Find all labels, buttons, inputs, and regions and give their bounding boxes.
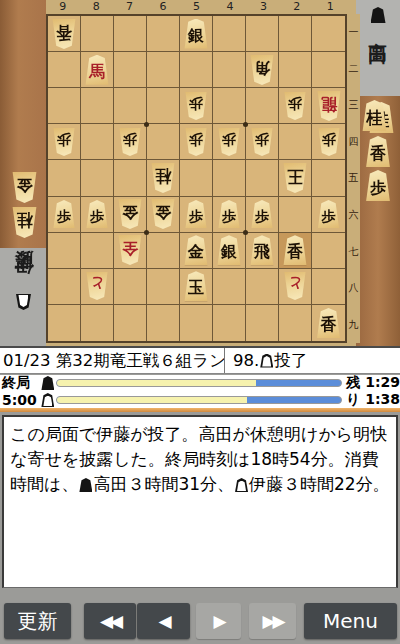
square-8g[interactable] — [81, 233, 114, 269]
square-1b[interactable] — [312, 52, 345, 88]
square-7h[interactable] — [114, 269, 147, 305]
square-7f[interactable]: 金 — [114, 197, 147, 233]
board-region: 金桂 桂桂香歩 高田 伊藤 987654321 一二三四五六七八九 香銀馬角歩歩… — [0, 0, 400, 348]
square-9c[interactable] — [48, 88, 81, 124]
square-4e[interactable] — [213, 160, 246, 196]
sente-hand-pieces: 桂桂香歩 — [356, 100, 400, 201]
sente-mark-icon — [41, 376, 54, 390]
square-5d[interactable]: 歩 — [180, 124, 213, 160]
sente-hand-piece-歩[interactable]: 歩 — [365, 170, 392, 201]
sente-hand-piece-香[interactable]: 香 — [365, 136, 392, 167]
gote-piece-金-7f[interactable]: 金 — [117, 199, 143, 229]
gote-piece-全-7g[interactable]: 全 — [117, 235, 143, 265]
square-5g[interactable]: 金 — [180, 233, 213, 269]
square-4i[interactable] — [213, 305, 246, 341]
square-3g[interactable]: 飛 — [246, 233, 279, 269]
clock-panel: 終局残 1:295:00り 1:38 — [0, 375, 400, 408]
file-label-2: 2 — [280, 0, 313, 14]
square-5a[interactable]: 銀 — [180, 16, 213, 52]
time-bar — [56, 379, 342, 387]
file-label-6: 6 — [146, 0, 179, 14]
square-9g[interactable] — [48, 233, 81, 269]
square-3a[interactable] — [246, 16, 279, 52]
square-9f[interactable]: 歩 — [48, 197, 81, 233]
square-7a[interactable] — [114, 16, 147, 52]
refresh-button[interactable]: 更新 — [4, 603, 71, 639]
square-3f[interactable]: 歩 — [246, 197, 279, 233]
square-3d[interactable]: 歩 — [246, 124, 279, 160]
square-9e[interactable] — [48, 160, 81, 196]
square-5f[interactable]: 歩 — [180, 197, 213, 233]
sente-hand-group-歩: 歩 — [365, 170, 392, 201]
square-6d[interactable] — [147, 124, 180, 160]
time-remaining: り 1:38 — [346, 391, 400, 409]
square-4b[interactable] — [213, 52, 246, 88]
square-4g[interactable]: 銀 — [213, 233, 246, 269]
square-2a[interactable] — [279, 16, 312, 52]
square-7e[interactable] — [114, 160, 147, 196]
sente-piece-歩-5f[interactable]: 歩 — [184, 200, 208, 228]
square-8f[interactable]: 歩 — [81, 197, 114, 233]
square-6b[interactable] — [147, 52, 180, 88]
gote-hand-group-桂: 桂 — [11, 207, 38, 238]
file-coordinate-labels: 987654321 — [46, 0, 347, 14]
shogi-live-app: 金桂 桂桂香歩 高田 伊藤 987654321 一二三四五六七八九 香銀馬角歩歩… — [0, 0, 400, 644]
sente-piece-歩-9f[interactable]: 歩 — [52, 200, 76, 228]
gote-hand-group-金: 金 — [11, 172, 38, 203]
rank-label-5: 五 — [347, 160, 360, 197]
square-8i[interactable] — [81, 305, 114, 341]
gote-piece-龍-1c[interactable]: 龍 — [316, 91, 342, 121]
square-8d[interactable] — [81, 124, 114, 160]
gote-hand-piece-桂[interactable]: 桂 — [11, 207, 38, 238]
gote-piece-と-2h[interactable]: と — [283, 272, 307, 300]
square-9h[interactable] — [48, 269, 81, 305]
square-7g[interactable]: 全 — [114, 233, 147, 269]
clock-label: 5:00 — [0, 392, 41, 408]
square-5e[interactable] — [180, 160, 213, 196]
square-2i[interactable] — [279, 305, 312, 341]
gote-mark-icon — [235, 478, 248, 492]
gote-hand-piece-金[interactable]: 金 — [11, 172, 38, 203]
file-label-9: 9 — [46, 0, 79, 14]
square-2h[interactable]: と — [279, 269, 312, 305]
commentary-panel: この局面で伊藤が投了。高田が休憩明けから明快な寄せを披露した。終局時刻は18時5… — [0, 412, 400, 588]
sente-player-panel: 高田 — [356, 0, 400, 96]
gote-mark-icon — [41, 393, 54, 407]
square-6f[interactable]: 金 — [147, 197, 180, 233]
square-7d[interactable]: 歩 — [114, 124, 147, 160]
prev-button[interactable]: ◀ — [137, 603, 190, 639]
rank-coordinate-labels: 一二三四五六七八九 — [347, 14, 360, 343]
square-2d[interactable] — [279, 124, 312, 160]
clock-row-gote: 5:00り 1:38 — [0, 392, 400, 408]
file-label-7: 7 — [113, 0, 146, 14]
rank-label-8: 八 — [347, 270, 360, 307]
sente-piece-飛-3g[interactable]: 飛 — [249, 235, 275, 265]
square-4d[interactable]: 歩 — [213, 124, 246, 160]
square-1h[interactable] — [312, 269, 345, 305]
gote-piece-角-3b[interactable]: 角 — [249, 55, 275, 85]
sente-piece-玉-5h[interactable]: 玉 — [183, 271, 209, 301]
square-3b[interactable]: 角 — [246, 52, 279, 88]
menu-button[interactable]: Menu — [304, 603, 397, 639]
square-5h[interactable]: 玉 — [180, 269, 213, 305]
square-8b[interactable]: 馬 — [81, 52, 114, 88]
square-1c[interactable]: 龍 — [312, 88, 345, 124]
gote-mark-icon — [260, 354, 273, 368]
square-9b[interactable] — [48, 52, 81, 88]
square-4f[interactable]: 歩 — [213, 197, 246, 233]
square-1f[interactable]: 歩 — [312, 197, 345, 233]
rank-label-2: 二 — [347, 51, 360, 88]
rank-label-7: 七 — [347, 233, 360, 270]
game-info-bar: 01/23 第32期竜王戦６組ラン 98.投了 — [0, 346, 400, 374]
time-used — [57, 380, 256, 386]
sente-hand-group-桂: 桂桂 — [361, 100, 395, 133]
square-7c[interactable] — [114, 88, 147, 124]
square-2f[interactable] — [279, 197, 312, 233]
square-3c[interactable] — [246, 88, 279, 124]
square-1g[interactable] — [312, 233, 345, 269]
square-4h[interactable] — [213, 269, 246, 305]
gote-piece-桂-6e[interactable]: 桂 — [150, 163, 176, 193]
square-2g[interactable]: 香 — [279, 233, 312, 269]
gote-hand-pieces: 金桂 — [2, 172, 46, 238]
square-6e[interactable]: 桂 — [147, 160, 180, 196]
file-label-4: 4 — [213, 0, 246, 14]
square-1i[interactable]: 香 — [312, 305, 345, 341]
square-3h[interactable] — [246, 269, 279, 305]
sente-piece-歩-1f[interactable]: 歩 — [317, 200, 341, 228]
gote-player-name: 伊藤 — [14, 282, 33, 290]
square-6a[interactable] — [147, 16, 180, 52]
sente-hand-group-香: 香 — [365, 136, 392, 167]
sente-piece-歩-4f[interactable]: 歩 — [217, 200, 241, 228]
gote-piece-金-6f[interactable]: 金 — [150, 199, 176, 229]
square-9a[interactable]: 香 — [48, 16, 81, 52]
square-2c[interactable]: 歩 — [279, 88, 312, 124]
rank-label-3: 三 — [347, 87, 360, 124]
square-6i[interactable] — [147, 305, 180, 341]
sente-piece-銀-4g[interactable]: 銀 — [216, 235, 242, 265]
file-label-1: 1 — [314, 0, 347, 14]
sente-piece-馬-8b[interactable]: 馬 — [84, 55, 110, 85]
gote-piece-歩-9d[interactable]: 歩 — [52, 128, 76, 156]
sente-piece-香-1i[interactable]: 香 — [316, 308, 342, 338]
time-remaining: 残 1:29 — [346, 374, 400, 392]
next-button[interactable]: ▶ — [196, 603, 241, 639]
square-9i[interactable] — [48, 305, 81, 341]
sente-piece-金-5g[interactable]: 金 — [183, 235, 209, 265]
gote-piece-歩-5d[interactable]: 歩 — [184, 128, 208, 156]
sente-piece-歩-3f[interactable]: 歩 — [250, 200, 274, 228]
sente-mark-icon — [371, 7, 386, 23]
clock-label: 終局 — [0, 374, 41, 392]
time-bar — [56, 396, 342, 404]
square-7b[interactable] — [114, 52, 147, 88]
sente-player-name: 高田 — [369, 27, 388, 35]
square-6g[interactable] — [147, 233, 180, 269]
rank-label-9: 九 — [347, 306, 360, 343]
shogi-board[interactable]: 香銀馬角歩歩龍歩歩歩歩歩歩桂王歩歩金金歩歩歩歩全金銀飛香と玉と香 — [46, 14, 347, 343]
square-3i[interactable] — [246, 305, 279, 341]
square-7i[interactable] — [114, 305, 147, 341]
file-label-3: 3 — [247, 0, 280, 14]
square-8c[interactable] — [81, 88, 114, 124]
gote-piece-香-9a[interactable]: 香 — [51, 19, 77, 49]
rank-label-4: 四 — [347, 124, 360, 161]
fast-forward-button[interactable]: ▶▶ — [249, 603, 296, 639]
sente-piece-香-2g[interactable]: 香 — [282, 235, 308, 265]
square-1e[interactable] — [312, 160, 345, 196]
square-5i[interactable] — [180, 305, 213, 341]
gote-piece-王-2e[interactable]: 王 — [282, 163, 308, 193]
rank-label-1: 一 — [347, 14, 360, 51]
square-2b[interactable] — [279, 52, 312, 88]
sente-mark-icon — [79, 478, 92, 492]
gote-piece-歩-4d[interactable]: 歩 — [217, 128, 241, 156]
clock-row-sente: 終局残 1:29 — [0, 375, 400, 391]
gote-piece-と-8h[interactable]: と — [85, 272, 109, 300]
square-8h[interactable]: と — [81, 269, 114, 305]
square-3e[interactable] — [246, 160, 279, 196]
square-4a[interactable] — [213, 16, 246, 52]
gote-piece-歩-1d[interactable]: 歩 — [317, 128, 341, 156]
square-5c[interactable]: 歩 — [180, 88, 213, 124]
gote-piece-歩-3d[interactable]: 歩 — [250, 128, 274, 156]
rewind-button[interactable]: ◀◀ — [84, 603, 136, 639]
gote-piece-歩-2c[interactable]: 歩 — [283, 92, 307, 120]
file-label-8: 8 — [79, 0, 112, 14]
move-status: 98.投了 — [225, 350, 307, 372]
square-1d[interactable]: 歩 — [312, 124, 345, 160]
sente-piece-銀-5a[interactable]: 銀 — [183, 19, 209, 49]
square-2e[interactable]: 王 — [279, 160, 312, 196]
square-4c[interactable] — [213, 88, 246, 124]
rank-label-6: 六 — [347, 197, 360, 234]
commentary-text[interactable]: この局面で伊藤が投了。高田が休憩明けから明快な寄せを披露した。終局時刻は18時5… — [2, 415, 398, 588]
square-6h[interactable] — [147, 269, 180, 305]
square-9d[interactable]: 歩 — [48, 124, 81, 160]
file-label-5: 5 — [180, 0, 213, 14]
event-title: 01/23 第32期竜王戦６組ラン — [0, 348, 225, 373]
sente-piece-歩-8f[interactable]: 歩 — [85, 200, 109, 228]
square-6c[interactable] — [147, 88, 180, 124]
gote-piece-歩-7d[interactable]: 歩 — [118, 128, 142, 156]
gote-player-panel: 伊藤 — [0, 248, 46, 348]
square-1a[interactable] — [312, 16, 345, 52]
square-8e[interactable] — [81, 160, 114, 196]
square-8a[interactable] — [81, 16, 114, 52]
gote-piece-歩-5c[interactable]: 歩 — [184, 92, 208, 120]
square-5b[interactable] — [180, 52, 213, 88]
time-used — [57, 397, 247, 403]
gote-mark-icon — [16, 294, 31, 310]
playback-button-bar: 更新◀◀◀▶▶▶Menu — [0, 588, 400, 644]
